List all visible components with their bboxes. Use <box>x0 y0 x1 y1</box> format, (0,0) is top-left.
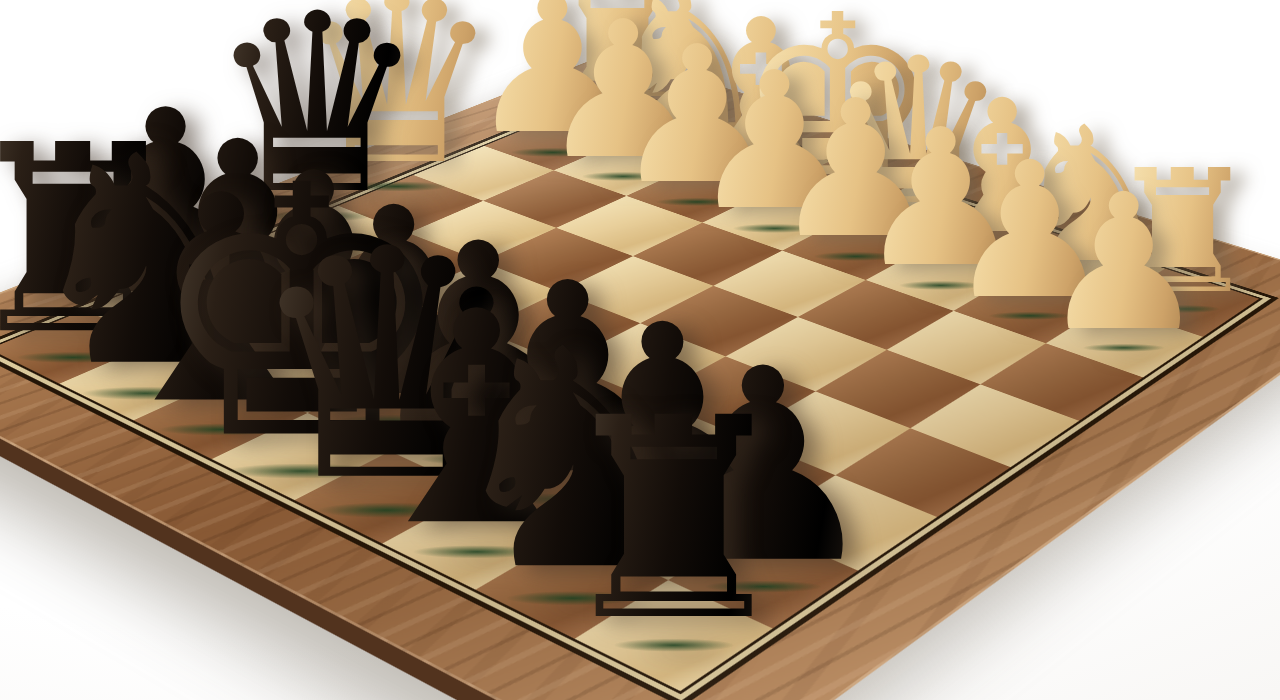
white-pawn-glyph: ♟ <box>1039 169 1208 357</box>
piece-black-rook-a8[interactable]: ♜ <box>550 381 798 658</box>
black-rook-glyph: ♜ <box>550 381 798 658</box>
pieces-layer: ♜♞♝♛♚♝♞♜♟♟♟♟♟♟♟♟♟♟♟♟♟♟♟♟♜♞♝♛♚♝♞♜♛♛ <box>0 0 1280 700</box>
studio-background: ♜♞♝♛♚♝♞♜♟♟♟♟♟♟♟♟♟♟♟♟♟♟♟♟♜♞♝♛♚♝♞♜♛♛ <box>0 0 1280 700</box>
piece-white-pawn-a2[interactable]: ♟ <box>1039 169 1208 357</box>
